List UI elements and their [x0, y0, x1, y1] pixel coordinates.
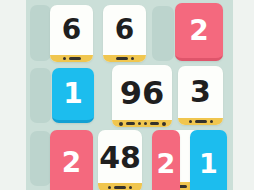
game-board[interactable]: 6 6 2 1 96 3 — [26, 0, 233, 190]
tile-2-r1c4[interactable]: 2 — [175, 3, 223, 61]
empty-slot — [152, 6, 174, 61]
tile-value: 6 — [115, 16, 134, 51]
tile-value: 2 — [157, 150, 176, 177]
tile-feet-band — [50, 55, 93, 62]
tile-2-merging[interactable]: 2 — [152, 130, 180, 190]
tile-value: 2 — [189, 17, 208, 45]
tile-feet-band — [103, 55, 146, 62]
tile-6-r1c3[interactable]: 6 — [103, 5, 146, 62]
tile-feet-band — [98, 183, 142, 190]
tile-96-r2c3[interactable]: 96 — [112, 65, 172, 127]
empty-slot — [30, 5, 51, 61]
tile-1-r2c2[interactable]: 1 — [52, 68, 94, 123]
tile-value: 1 — [199, 150, 218, 177]
tile-value: 3 — [190, 77, 211, 114]
tile-value: 2 — [62, 149, 81, 177]
empty-slot — [30, 68, 51, 123]
tile-1-merging[interactable]: 1 — [190, 130, 227, 190]
tile-feet-band — [112, 120, 172, 127]
tile-48-r3c3[interactable]: 48 — [98, 130, 142, 190]
tile-value: 6 — [62, 16, 81, 51]
tile-value: 48 — [99, 143, 141, 180]
page-background: 6 6 2 1 96 3 — [0, 0, 254, 190]
tile-value: 96 — [120, 77, 165, 116]
tile-6-r1c2[interactable]: 6 — [50, 5, 93, 62]
tile-3-r2c4[interactable]: 3 — [178, 66, 223, 125]
tile-2-r3c2[interactable]: 2 — [50, 130, 93, 190]
tile-value: 1 — [63, 80, 82, 108]
empty-slot — [30, 131, 51, 186]
tile-feet-band — [178, 118, 223, 125]
